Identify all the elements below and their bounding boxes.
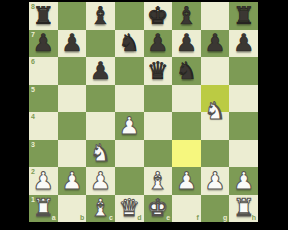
chess-board: 8♜♝♚♝♜7♟♟♞♟♟♟♟6♟♛♞5♞4♟3♞2♟♟♟♝♟♟♟1a♜bc♝d♛… <box>29 2 258 222</box>
rank-label-5: 5 <box>31 86 35 93</box>
white-pawn[interactable]: ♟ <box>58 167 87 195</box>
black-pawn[interactable]: ♟ <box>29 30 58 58</box>
black-pawn[interactable]: ♟ <box>172 30 201 58</box>
square-c1[interactable]: c♝ <box>86 195 115 223</box>
square-h3[interactable] <box>229 140 258 168</box>
square-h8[interactable]: ♜ <box>229 2 258 30</box>
square-d3[interactable] <box>115 140 144 168</box>
square-f4[interactable] <box>172 112 201 140</box>
square-c6[interactable]: ♟ <box>86 57 115 85</box>
file-label-g: g <box>223 214 227 221</box>
rank-label-3: 3 <box>31 141 35 148</box>
square-d2[interactable] <box>115 167 144 195</box>
app-screen: 8♜♝♚♝♜7♟♟♞♟♟♟♟6♟♛♞5♞4♟3♞2♟♟♟♝♟♟♟1a♜bc♝d♛… <box>0 0 288 230</box>
square-h7[interactable]: ♟ <box>229 30 258 58</box>
square-b4[interactable] <box>58 112 87 140</box>
black-queen[interactable]: ♛ <box>144 57 173 85</box>
white-rook[interactable]: ♜ <box>29 195 58 223</box>
square-a5[interactable]: 5 <box>29 85 58 113</box>
black-pawn[interactable]: ♟ <box>144 30 173 58</box>
square-b3[interactable] <box>58 140 87 168</box>
white-knight[interactable]: ♞ <box>86 140 115 168</box>
square-d4[interactable]: ♟ <box>115 112 144 140</box>
square-h1[interactable]: h♜ <box>229 195 258 223</box>
white-pawn[interactable]: ♟ <box>115 112 144 140</box>
white-pawn[interactable]: ♟ <box>172 167 201 195</box>
square-a3[interactable]: 3 <box>29 140 58 168</box>
black-bishop[interactable]: ♝ <box>172 2 201 30</box>
square-e6[interactable]: ♛ <box>144 57 173 85</box>
square-a2[interactable]: 2♟ <box>29 167 58 195</box>
square-h6[interactable] <box>229 57 258 85</box>
square-g5[interactable]: ♞ <box>201 85 230 113</box>
file-label-f: f <box>196 214 198 221</box>
black-pawn[interactable]: ♟ <box>86 57 115 85</box>
square-e4[interactable] <box>144 112 173 140</box>
square-b7[interactable]: ♟ <box>58 30 87 58</box>
black-knight[interactable]: ♞ <box>115 30 144 58</box>
square-c2[interactable]: ♟ <box>86 167 115 195</box>
square-b8[interactable] <box>58 2 87 30</box>
square-c8[interactable]: ♝ <box>86 2 115 30</box>
square-b6[interactable] <box>58 57 87 85</box>
white-pawn[interactable]: ♟ <box>86 167 115 195</box>
square-c7[interactable] <box>86 30 115 58</box>
square-e2[interactable]: ♝ <box>144 167 173 195</box>
black-bishop[interactable]: ♝ <box>86 2 115 30</box>
square-a1[interactable]: 1a♜ <box>29 195 58 223</box>
square-c3[interactable]: ♞ <box>86 140 115 168</box>
rank-label-4: 4 <box>31 113 35 120</box>
square-e5[interactable] <box>144 85 173 113</box>
square-c5[interactable] <box>86 85 115 113</box>
black-king[interactable]: ♚ <box>144 2 173 30</box>
square-e7[interactable]: ♟ <box>144 30 173 58</box>
black-pawn[interactable]: ♟ <box>229 30 258 58</box>
square-f5[interactable] <box>172 85 201 113</box>
square-d8[interactable] <box>115 2 144 30</box>
file-label-b: b <box>80 214 84 221</box>
white-pawn[interactable]: ♟ <box>229 167 258 195</box>
square-g8[interactable] <box>201 2 230 30</box>
white-queen[interactable]: ♛ <box>115 195 144 223</box>
black-rook[interactable]: ♜ <box>29 2 58 30</box>
square-c4[interactable] <box>86 112 115 140</box>
square-f2[interactable]: ♟ <box>172 167 201 195</box>
square-d7[interactable]: ♞ <box>115 30 144 58</box>
square-a4[interactable]: 4 <box>29 112 58 140</box>
square-g3[interactable] <box>201 140 230 168</box>
white-king[interactable]: ♚ <box>144 195 173 223</box>
square-f1[interactable]: f <box>172 195 201 223</box>
square-f3[interactable] <box>172 140 201 168</box>
square-a7[interactable]: 7♟ <box>29 30 58 58</box>
black-knight[interactable]: ♞ <box>172 57 201 85</box>
square-d1[interactable]: d♛ <box>115 195 144 223</box>
square-b5[interactable] <box>58 85 87 113</box>
white-rook[interactable]: ♜ <box>229 195 258 223</box>
square-f6[interactable]: ♞ <box>172 57 201 85</box>
square-g1[interactable]: g <box>201 195 230 223</box>
square-g7[interactable]: ♟ <box>201 30 230 58</box>
black-pawn[interactable]: ♟ <box>201 30 230 58</box>
rank-label-6: 6 <box>31 58 35 65</box>
white-pawn[interactable]: ♟ <box>29 167 58 195</box>
square-b2[interactable]: ♟ <box>58 167 87 195</box>
square-h5[interactable] <box>229 85 258 113</box>
white-knight[interactable]: ♞ <box>201 97 230 125</box>
square-h2[interactable]: ♟ <box>229 167 258 195</box>
white-pawn[interactable]: ♟ <box>201 167 230 195</box>
square-a8[interactable]: 8♜ <box>29 2 58 30</box>
white-bishop[interactable]: ♝ <box>86 195 115 223</box>
square-f7[interactable]: ♟ <box>172 30 201 58</box>
white-bishop[interactable]: ♝ <box>144 167 173 195</box>
black-rook[interactable]: ♜ <box>229 2 258 30</box>
square-e1[interactable]: e♚ <box>144 195 173 223</box>
square-e3[interactable] <box>144 140 173 168</box>
square-e8[interactable]: ♚ <box>144 2 173 30</box>
square-b1[interactable]: b <box>58 195 87 223</box>
square-a6[interactable]: 6 <box>29 57 58 85</box>
black-pawn[interactable]: ♟ <box>58 30 87 58</box>
square-d6[interactable] <box>115 57 144 85</box>
square-h4[interactable] <box>229 112 258 140</box>
square-d5[interactable] <box>115 85 144 113</box>
square-f8[interactable]: ♝ <box>172 2 201 30</box>
square-g2[interactable]: ♟ <box>201 167 230 195</box>
square-g6[interactable] <box>201 57 230 85</box>
